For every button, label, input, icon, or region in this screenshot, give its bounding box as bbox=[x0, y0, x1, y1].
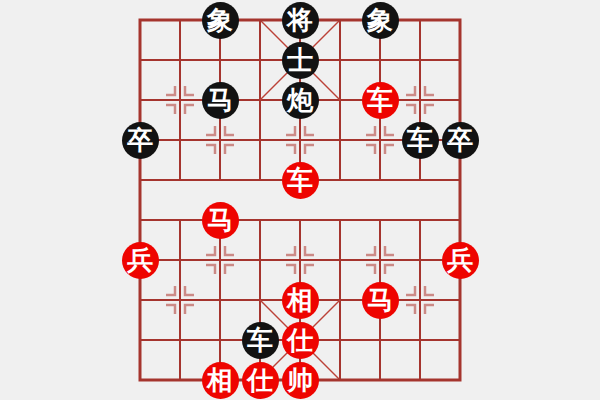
black-horse[interactable]: 马 bbox=[202, 82, 239, 119]
red-soldier[interactable]: 兵 bbox=[122, 242, 159, 279]
black-chariot[interactable]: 车 bbox=[402, 122, 439, 159]
black-general[interactable]: 将 bbox=[282, 2, 319, 39]
red-chariot[interactable]: 车 bbox=[362, 82, 399, 119]
app-background: 象将象士马炮车卒车卒车马兵兵相马车仕相仕帅 bbox=[0, 0, 600, 400]
black-soldier[interactable]: 卒 bbox=[442, 122, 479, 159]
red-elephant[interactable]: 相 bbox=[282, 282, 319, 319]
red-general[interactable]: 帅 bbox=[282, 362, 319, 399]
red-chariot[interactable]: 车 bbox=[282, 162, 319, 199]
black-elephant[interactable]: 象 bbox=[362, 2, 399, 39]
black-elephant[interactable]: 象 bbox=[202, 2, 239, 39]
red-advisor[interactable]: 仕 bbox=[242, 362, 279, 399]
xiangqi-board: 象将象士马炮车卒车卒车马兵兵相马车仕相仕帅 bbox=[0, 0, 600, 400]
red-advisor[interactable]: 仕 bbox=[282, 322, 319, 359]
red-elephant[interactable]: 相 bbox=[202, 362, 239, 399]
black-soldier[interactable]: 卒 bbox=[122, 122, 159, 159]
black-cannon[interactable]: 炮 bbox=[282, 82, 319, 119]
black-chariot[interactable]: 车 bbox=[242, 322, 279, 359]
red-horse[interactable]: 马 bbox=[362, 282, 399, 319]
red-horse[interactable]: 马 bbox=[202, 202, 239, 239]
black-advisor[interactable]: 士 bbox=[282, 42, 319, 79]
pieces-layer: 象将象士马炮车卒车卒车马兵兵相马车仕相仕帅 bbox=[0, 0, 600, 400]
red-soldier[interactable]: 兵 bbox=[442, 242, 479, 279]
